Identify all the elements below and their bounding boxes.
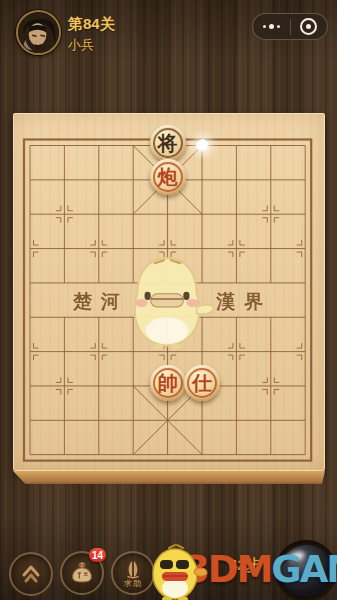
- piece-red-general[interactable]: 帥: [150, 365, 186, 401]
- close-circle-icon: [300, 18, 317, 35]
- chick-mascot-board: [116, 251, 218, 355]
- watermark-game: GAME: [271, 548, 337, 591]
- piece-glyph: 将: [158, 133, 178, 153]
- avatar-portrait: [18, 12, 59, 53]
- piece-black-general[interactable]: 将: [150, 125, 186, 161]
- piece-red-advisor[interactable]: 仕: [184, 365, 220, 401]
- praying-hands-icon: [122, 558, 144, 580]
- app-screen: 第84关 小兵 楚河 漢界 将炮帥仕: [0, 0, 337, 600]
- chick-mascot-watermark: [144, 543, 210, 600]
- xiangqi-board[interactable]: 楚河 漢界 将炮帥仕: [13, 113, 325, 471]
- miniprogram-capsule: [252, 13, 328, 40]
- piece-glyph: 帥: [158, 373, 178, 393]
- board-edge-bevel: [13, 471, 325, 484]
- last-move-highlight-dot: [196, 139, 209, 152]
- expand-menu-button[interactable]: [9, 552, 53, 596]
- help-label: 求助: [124, 578, 142, 589]
- piece-glyph: 仕: [192, 373, 212, 393]
- more-button[interactable]: [253, 14, 290, 39]
- piece-red-cannon[interactable]: 炮: [150, 159, 186, 195]
- river-label-right: 漢界: [216, 289, 272, 315]
- money-bag-icon: [68, 559, 96, 587]
- avatar[interactable]: [16, 10, 61, 55]
- hint-count-badge: 14: [89, 548, 106, 562]
- chevron-up-icon: [17, 560, 45, 588]
- piece-glyph: 炮: [158, 167, 178, 187]
- level-title: 第84关: [68, 15, 115, 34]
- close-button[interactable]: [291, 14, 328, 39]
- more-dots-icon: [263, 24, 280, 29]
- rank-subtitle: 小兵: [68, 36, 94, 54]
- hint-bag-button[interactable]: 14: [60, 551, 104, 595]
